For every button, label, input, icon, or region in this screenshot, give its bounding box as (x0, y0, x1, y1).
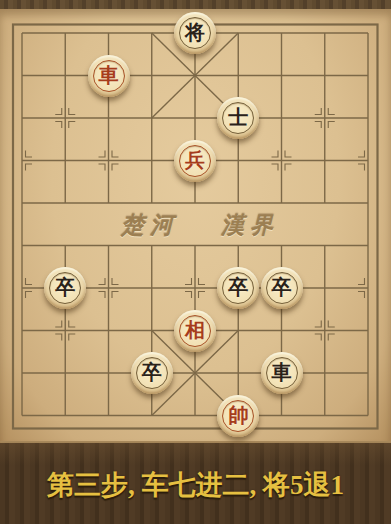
piece-character: 卒 (228, 277, 248, 297)
piece-black-chariot[interactable]: 車 (261, 352, 303, 394)
piece-ring: 兵 (179, 145, 211, 177)
piece-ring: 車 (93, 60, 125, 92)
wooden-frame-top (0, 0, 391, 9)
piece-black-soldier-a[interactable]: 卒 (44, 267, 86, 309)
piece-red-soldier[interactable]: 兵 (174, 140, 216, 182)
river-label-han: 漢界 (190, 210, 310, 241)
piece-character: 士 (228, 107, 248, 127)
piece-red-general[interactable]: 帥 (217, 395, 259, 437)
piece-red-chariot[interactable]: 車 (88, 55, 130, 97)
piece-character: 卒 (272, 277, 292, 297)
piece-ring: 卒 (266, 272, 298, 304)
piece-character: 卒 (142, 362, 162, 382)
piece-ring: 将 (179, 17, 211, 49)
piece-red-elephant[interactable]: 相 (174, 310, 216, 352)
piece-ring: 卒 (136, 357, 168, 389)
piece-character: 帥 (228, 405, 248, 425)
move-caption: 第三步, 车七进二, 将5退1 (0, 467, 391, 503)
piece-black-soldier-d[interactable]: 卒 (131, 352, 173, 394)
piece-ring: 車 (266, 357, 298, 389)
piece-character: 将 (185, 22, 205, 42)
piece-ring: 帥 (222, 400, 254, 432)
piece-black-general[interactable]: 将 (174, 12, 216, 54)
piece-black-soldier-c[interactable]: 卒 (261, 267, 303, 309)
piece-ring: 相 (179, 315, 211, 347)
piece-ring: 士 (222, 102, 254, 134)
piece-character: 車 (272, 362, 292, 382)
piece-character: 兵 (185, 150, 205, 170)
piece-ring: 卒 (222, 272, 254, 304)
piece-black-soldier-b[interactable]: 卒 (217, 267, 259, 309)
piece-character: 車 (99, 65, 119, 85)
piece-ring: 卒 (49, 272, 81, 304)
piece-character: 卒 (55, 277, 75, 297)
piece-black-advisor[interactable]: 士 (217, 97, 259, 139)
piece-character: 相 (185, 320, 205, 340)
